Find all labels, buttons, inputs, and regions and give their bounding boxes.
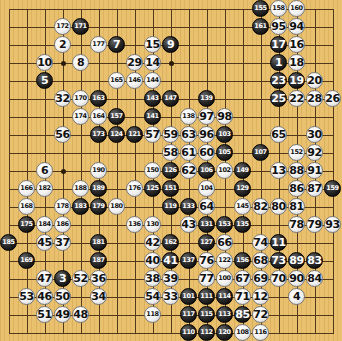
white-stone-63: 63 [180,126,197,143]
black-stone-107: 107 [252,144,269,161]
white-stone-79: 79 [306,216,323,233]
black-stone-41: 41 [162,252,179,269]
black-stone-133: 133 [180,198,197,215]
move-number: 67 [235,273,249,284]
move-number: 171 [74,23,87,30]
white-stone-104: 104 [198,180,215,197]
white-stone-42: 42 [144,234,161,251]
white-stone-88: 88 [288,162,305,179]
white-stone-172: 172 [54,18,71,35]
move-number: 161 [254,23,267,30]
move-number: 137 [182,257,195,264]
move-number: 156 [236,257,249,264]
white-stone-188: 188 [72,180,89,197]
white-stone-150: 150 [144,162,161,179]
move-number: 59 [163,129,177,140]
black-stone-159: 159 [324,180,341,197]
move-number: 182 [38,185,51,192]
move-number: 83 [307,255,321,266]
black-stone-111: 111 [198,288,215,305]
move-number: 125 [146,185,159,192]
white-stone-180: 180 [108,198,125,215]
move-number: 3 [59,273,66,284]
white-stone-77: 77 [198,270,215,287]
black-stone-163: 163 [90,90,107,107]
white-stone-68: 68 [252,252,269,269]
white-stone-84: 84 [306,270,323,287]
move-number: 9 [167,39,174,50]
move-number: 85 [235,309,249,320]
white-stone-178: 178 [54,198,71,215]
white-stone-51: 51 [36,306,53,323]
move-number: 5 [41,75,48,86]
move-number: 18 [289,57,303,68]
move-number: 118 [146,311,159,318]
move-number: 165 [110,77,123,84]
white-stone-176: 176 [126,180,143,197]
move-number: 52 [73,273,87,284]
black-stone-127: 127 [198,234,215,251]
black-stone-9: 9 [162,36,179,53]
move-number: 64 [199,201,213,212]
move-number: 7 [113,39,120,50]
move-number: 143 [146,95,159,102]
white-stone-46: 46 [36,288,53,305]
black-stone-106: 106 [198,162,215,179]
move-number: 120 [218,329,231,336]
white-stone-22: 22 [288,90,305,107]
black-stone-124: 124 [108,126,125,143]
white-stone-26: 26 [324,90,341,107]
white-stone-96: 96 [198,126,215,143]
move-number: 146 [128,77,141,84]
move-number: 82 [253,201,267,212]
white-stone-166: 166 [18,180,35,197]
black-stone-171: 171 [72,18,89,35]
white-stone-15: 15 [144,36,161,53]
white-stone-65: 65 [270,126,287,143]
white-stone-145: 145 [234,198,251,215]
white-stone-152: 152 [288,144,305,161]
move-number: 84 [307,273,321,284]
white-stone-62: 62 [180,162,197,179]
white-stone-71: 71 [234,288,251,305]
white-stone-30: 30 [306,126,323,143]
move-number: 42 [145,237,159,248]
black-stone-105: 105 [216,144,233,161]
black-stone-139: 139 [198,90,215,107]
black-stone-169: 169 [18,252,35,269]
white-stone-72: 72 [252,306,269,323]
white-stone-20: 20 [306,72,323,89]
move-number: 63 [181,129,195,140]
black-stone-89: 89 [288,252,305,269]
move-number: 119 [164,203,177,210]
white-stone-108: 108 [234,324,251,341]
black-stone-114: 114 [216,288,233,305]
black-stone-121: 121 [126,126,143,143]
black-stone-25: 25 [270,90,287,107]
move-number: 106 [200,167,213,174]
white-stone-168: 168 [18,198,35,215]
black-stone-162: 162 [162,234,179,251]
move-number: 47 [37,273,51,284]
white-stone-49: 49 [54,306,71,323]
move-number: 53 [19,291,33,302]
white-stone-53: 53 [18,288,35,305]
black-stone-181: 181 [90,234,107,251]
black-stone-155: 155 [252,0,269,17]
black-stone-115: 115 [198,306,215,323]
move-number: 158 [272,5,285,12]
white-stone-58: 58 [162,144,179,161]
move-number: 43 [181,219,195,230]
move-number: 116 [254,329,267,336]
black-stone-125: 125 [144,180,161,197]
move-number: 96 [199,129,213,140]
move-number: 100 [218,275,231,282]
move-number: 76 [199,255,213,266]
move-number: 101 [182,293,195,300]
move-number: 12 [253,291,267,302]
move-number: 183 [74,203,87,210]
white-stone-130: 130 [144,216,161,233]
move-number: 77 [199,273,213,284]
black-stone-7: 7 [108,36,125,53]
move-number: 49 [55,309,69,320]
move-number: 108 [236,329,249,336]
black-stone-3: 3 [54,270,71,287]
white-stone-118: 118 [144,306,161,323]
move-number: 62 [181,165,195,176]
white-stone-91: 91 [306,162,323,179]
black-stone-73: 73 [270,252,287,269]
star-point [61,61,66,66]
white-stone-182: 182 [36,180,53,197]
white-stone-33: 33 [162,288,179,305]
white-stone-57: 57 [144,126,161,143]
black-stone-126: 126 [162,162,179,179]
move-number: 122 [218,257,231,264]
move-number: 185 [2,239,15,246]
move-number: 4 [293,291,300,302]
white-stone-184: 184 [36,216,53,233]
white-stone-136: 136 [126,216,143,233]
move-number: 178 [56,203,69,210]
white-stone-47: 47 [36,270,53,287]
black-stone-183: 183 [72,198,89,215]
move-number: 48 [73,309,87,320]
black-stone-131: 131 [198,216,215,233]
move-number: 114 [218,293,231,300]
move-number: 152 [290,149,303,156]
move-number: 10 [37,57,51,68]
star-point [169,61,174,66]
black-stone-83: 83 [306,252,323,269]
black-stone-153: 153 [216,216,233,233]
move-number: 160 [290,5,303,12]
white-stone-92: 92 [306,144,323,161]
white-stone-97: 97 [198,108,215,125]
black-stone-149: 149 [234,162,251,179]
move-number: 95 [271,21,285,32]
move-number: 45 [37,237,51,248]
black-stone-112: 112 [198,324,215,341]
white-stone-32: 32 [54,90,71,107]
white-stone-37: 37 [54,234,71,251]
black-stone-179: 179 [90,198,107,215]
move-number: 65 [271,129,285,140]
black-stone-187: 187 [90,252,107,269]
move-number: 30 [307,129,321,140]
white-stone-10: 10 [36,54,53,71]
move-number: 130 [146,221,159,228]
move-number: 60 [199,147,213,158]
move-number: 39 [163,273,177,284]
move-number: 190 [92,167,105,174]
black-stone-1: 1 [270,54,287,71]
move-number: 112 [200,329,213,336]
black-stone-17: 17 [270,36,287,53]
move-number: 121 [128,131,141,138]
move-number: 180 [110,203,123,210]
move-number: 20 [307,75,321,86]
move-number: 54 [145,291,159,302]
white-stone-102: 102 [216,162,233,179]
move-number: 113 [218,311,231,318]
move-number: 188 [74,185,87,192]
move-number: 88 [289,165,303,176]
white-stone-165: 165 [108,72,125,89]
move-number: 80 [271,201,285,212]
move-number: 163 [92,95,105,102]
move-number: 51 [37,309,51,320]
move-number: 37 [55,237,69,248]
move-number: 40 [145,255,159,266]
white-stone-18: 18 [288,54,305,71]
white-stone-87: 87 [306,180,323,197]
black-stone-173: 173 [90,126,107,143]
white-stone-8: 8 [72,54,89,71]
move-number: 32 [55,93,69,104]
move-number: 172 [56,23,69,30]
move-number: 149 [236,167,249,174]
move-number: 14 [145,57,159,68]
black-stone-129: 129 [234,180,251,197]
grid-line-vertical [333,9,334,334]
white-stone-64: 64 [198,198,215,215]
white-stone-16: 16 [288,36,305,53]
black-stone-156: 156 [234,252,251,269]
white-stone-29: 29 [126,54,143,71]
white-stone-70: 70 [270,270,287,287]
move-number: 107 [254,149,267,156]
move-number: 98 [217,111,231,122]
black-stone-103: 103 [216,126,233,143]
move-number: 13 [271,165,285,176]
move-number: 69 [253,273,267,284]
move-number: 155 [254,5,267,12]
white-stone-186: 186 [54,216,71,233]
move-number: 93 [325,219,339,230]
white-stone-94: 94 [288,18,305,35]
move-number: 94 [289,21,303,32]
move-number: 147 [164,95,177,102]
white-stone-190: 190 [90,162,107,179]
move-number: 150 [146,167,159,174]
move-number: 61 [181,147,195,158]
black-stone-23: 23 [270,72,287,89]
black-stone-101: 101 [180,288,197,305]
black-stone-117: 117 [180,306,197,323]
move-number: 151 [164,185,177,192]
white-stone-12: 12 [252,288,269,305]
move-number: 57 [145,129,159,140]
move-number: 8 [77,57,84,68]
move-number: 74 [253,237,267,248]
move-number: 164 [92,113,105,120]
move-number: 68 [253,255,267,266]
white-stone-90: 90 [288,270,305,287]
move-number: 97 [199,111,213,122]
move-number: 176 [128,185,141,192]
move-number: 71 [235,291,249,302]
white-stone-4: 4 [288,288,305,305]
move-number: 79 [307,219,321,230]
move-number: 58 [163,147,177,158]
move-number: 157 [110,113,123,120]
black-stone-175: 175 [18,216,35,233]
white-stone-60: 60 [198,144,215,161]
black-stone-135: 135 [234,216,251,233]
move-number: 11 [271,237,285,248]
move-number: 141 [146,113,159,120]
white-stone-78: 78 [288,216,305,233]
move-number: 102 [218,167,231,174]
move-number: 46 [37,291,51,302]
move-number: 184 [38,221,51,228]
black-stone-147: 147 [162,90,179,107]
move-number: 16 [289,39,303,50]
move-number: 139 [200,95,213,102]
white-stone-67: 67 [234,270,251,287]
move-number: 162 [164,239,177,246]
move-number: 111 [200,293,213,300]
move-number: 126 [164,167,177,174]
move-number: 25 [271,93,285,104]
move-number: 2 [59,39,66,50]
move-number: 168 [20,203,33,210]
black-stone-85: 85 [234,306,251,323]
move-number: 145 [236,203,249,210]
white-stone-59: 59 [162,126,179,143]
move-number: 177 [92,41,105,48]
black-stone-151: 151 [162,180,179,197]
move-number: 41 [163,255,177,266]
white-stone-174: 174 [72,108,89,125]
move-number: 38 [145,273,159,284]
move-number: 15 [145,39,159,50]
move-number: 87 [307,183,321,194]
move-number: 135 [236,221,249,228]
move-number: 23 [271,75,285,86]
white-stone-36: 36 [90,270,107,287]
move-number: 86 [289,183,303,194]
move-number: 28 [307,93,321,104]
move-number: 91 [307,165,321,176]
move-number: 166 [20,185,33,192]
white-stone-2: 2 [54,36,71,53]
white-stone-40: 40 [144,252,161,269]
white-stone-76: 76 [198,252,215,269]
black-stone-137: 137 [180,252,197,269]
move-number: 33 [163,291,177,302]
white-stone-138: 138 [180,108,197,125]
white-stone-34: 34 [90,288,107,305]
move-number: 1 [275,57,282,68]
move-number: 56 [55,129,69,140]
move-number: 186 [56,221,69,228]
white-stone-48: 48 [72,306,89,323]
move-number: 159 [326,185,339,192]
white-stone-61: 61 [180,144,197,161]
white-stone-160: 160 [288,0,305,17]
black-stone-113: 113 [216,306,233,323]
move-number: 153 [218,221,231,228]
grid-line-horizontal [9,333,334,334]
white-stone-86: 86 [288,180,305,197]
black-stone-119: 119 [162,198,179,215]
move-number: 36 [91,273,105,284]
move-number: 105 [218,149,231,156]
move-number: 78 [289,219,303,230]
go-board[interactable]: 1551581601721711619594217771591716108291… [0,0,342,341]
white-stone-56: 56 [54,126,71,143]
move-number: 117 [182,311,195,318]
white-stone-50: 50 [54,288,71,305]
move-number: 72 [253,309,267,320]
white-stone-144: 144 [144,72,161,89]
move-number: 170 [74,95,87,102]
move-number: 187 [92,257,105,264]
move-number: 169 [20,257,33,264]
move-number: 81 [289,201,303,212]
white-stone-82: 82 [252,198,269,215]
black-stone-11: 11 [270,234,287,251]
move-number: 189 [92,185,105,192]
white-stone-122: 122 [216,252,233,269]
move-number: 6 [41,165,48,176]
move-number: 173 [92,131,105,138]
black-stone-19: 19 [288,72,305,89]
move-number: 103 [218,131,231,138]
white-stone-100: 100 [216,270,233,287]
move-number: 89 [289,255,303,266]
white-stone-80: 80 [270,198,287,215]
white-stone-38: 38 [144,270,161,287]
white-stone-52: 52 [72,270,89,287]
move-number: 131 [200,221,213,228]
white-stone-66: 66 [216,234,233,251]
move-number: 138 [182,113,195,120]
move-number: 70 [271,273,285,284]
black-stone-120: 120 [216,324,233,341]
white-stone-39: 39 [162,270,179,287]
move-number: 34 [91,291,105,302]
white-stone-116: 116 [252,324,269,341]
move-number: 133 [182,203,195,210]
move-number: 92 [307,147,321,158]
